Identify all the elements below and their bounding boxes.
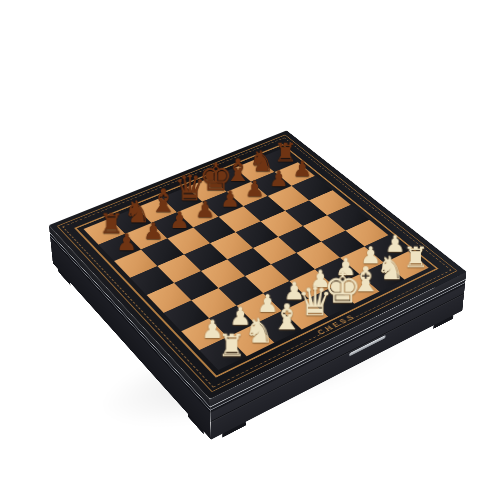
box-foot [433,315,453,329]
chess-box-lid-top: ♜♞♝♛♚♝♞♜♟♟♟♟♟♟♟♟♟♟♟♟♟♟♟♟♜♞♝♛♚♝♞♜ CHESS [49,130,467,399]
box-foot [222,422,246,438]
box-foot [58,268,70,285]
drawer-handle [349,335,385,357]
piece-black-pawn[interactable]: ♟ [111,231,142,254]
box-foot [188,413,204,434]
piece-white-rook[interactable]: ♜ [214,331,248,362]
product-photo-stage: ♜♞♝♛♚♝♞♜♟♟♟♟♟♟♟♟♟♟♟♟♟♟♟♟♜♞♝♛♚♝♞♜ CHESS [0,0,500,500]
piece-black-pawn[interactable]: ♟ [138,220,169,243]
piece-black-pawn[interactable]: ♟ [164,209,195,232]
scene: ♜♞♝♛♚♝♞♜♟♟♟♟♟♟♟♟♟♟♟♟♟♟♟♟♜♞♝♛♚♝♞♜ CHESS [0,0,500,500]
